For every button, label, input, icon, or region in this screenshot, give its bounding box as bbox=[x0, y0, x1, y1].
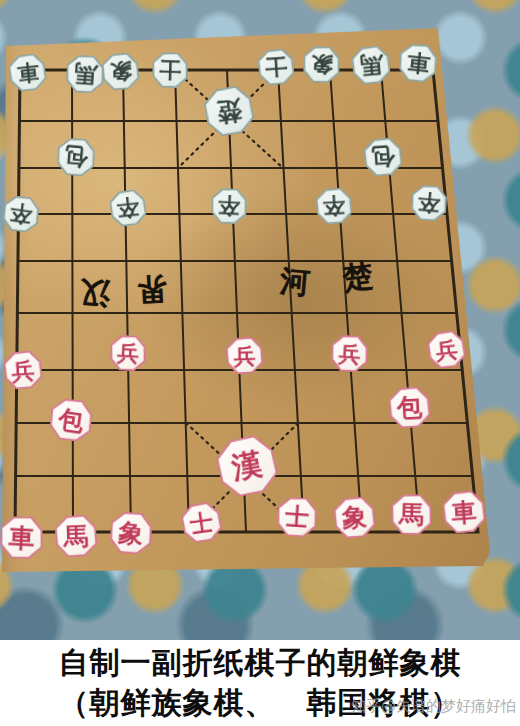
piece-character: 卒 bbox=[116, 196, 140, 220]
piece-character: 兵 bbox=[11, 358, 36, 383]
piece-red-i10[interactable]: 車 bbox=[442, 490, 487, 535]
piece-paper: 包 bbox=[58, 139, 95, 176]
piece-character: 卒 bbox=[322, 194, 345, 217]
piece-paper: 兵 bbox=[331, 335, 366, 370]
piece-red-g7[interactable]: 兵 bbox=[329, 333, 368, 372]
piece-green-g4[interactable]: 卒 bbox=[315, 187, 353, 225]
piece-character: 包 bbox=[64, 145, 89, 170]
piece-character: 馬 bbox=[63, 523, 89, 549]
piece-paper: 士 bbox=[181, 502, 221, 542]
piece-green-b3[interactable]: 包 bbox=[55, 136, 96, 177]
piece-green-f1[interactable]: 士 bbox=[257, 48, 295, 86]
photo: 汉界河楚 車馬象士士象馬車楚包包卒卒卒卒卒兵兵兵兵兵包包漢車馬象士士象馬車 自制… bbox=[0, 0, 520, 726]
piece-paper: 士 bbox=[259, 50, 293, 84]
piece-red-b8[interactable]: 包 bbox=[47, 396, 94, 443]
piece-paper: 卒 bbox=[3, 196, 39, 232]
piece-paper: 馬 bbox=[56, 516, 95, 555]
piece-red-i7[interactable]: 兵 bbox=[426, 329, 467, 370]
piece-green-c4[interactable]: 卒 bbox=[108, 188, 148, 228]
piece-paper: 馬 bbox=[392, 495, 430, 533]
piece-character: 兵 bbox=[116, 341, 139, 364]
piece-paper: 包 bbox=[390, 388, 429, 427]
piece-character: 士 bbox=[284, 504, 310, 530]
piece-paper: 楚 bbox=[204, 86, 254, 136]
piece-red-e7[interactable]: 兵 bbox=[225, 336, 263, 374]
piece-character: 象 bbox=[108, 59, 131, 82]
piece-character: 漢 bbox=[230, 449, 265, 484]
piece-green-e2[interactable]: 楚 bbox=[202, 84, 256, 138]
piece-red-h10[interactable]: 馬 bbox=[390, 493, 432, 535]
piece-green-e4[interactable]: 卒 bbox=[210, 187, 248, 225]
piece-character: 士 bbox=[264, 55, 287, 78]
piece-character: 兵 bbox=[434, 337, 458, 361]
piece-paper: 兵 bbox=[227, 338, 261, 372]
piece-character: 象 bbox=[341, 504, 367, 530]
piece-green-i4[interactable]: 卒 bbox=[409, 183, 448, 222]
piece-paper: 車 bbox=[1, 517, 42, 558]
piece-character: 士 bbox=[159, 59, 182, 82]
piece-character: 卒 bbox=[9, 202, 34, 227]
piece-paper: 象 bbox=[304, 47, 339, 82]
piece-character: 卒 bbox=[217, 194, 240, 217]
piece-character: 車 bbox=[15, 60, 39, 84]
piece-red-a10[interactable]: 車 bbox=[0, 514, 44, 559]
piece-green-a4[interactable]: 卒 bbox=[1, 194, 42, 235]
piece-character: 兵 bbox=[233, 344, 256, 367]
piece-character: 包 bbox=[371, 145, 396, 170]
piece-green-i1[interactable]: 車 bbox=[397, 42, 439, 84]
piece-red-a7[interactable]: 兵 bbox=[3, 350, 44, 391]
piece-paper: 兵 bbox=[5, 352, 41, 388]
piece-red-g10[interactable]: 象 bbox=[332, 495, 375, 538]
piece-red-c7[interactable]: 兵 bbox=[109, 334, 147, 372]
piece-character: 士 bbox=[188, 509, 214, 535]
piece-red-d10[interactable]: 士 bbox=[179, 500, 223, 544]
piece-red-h8[interactable]: 包 bbox=[387, 385, 430, 428]
watermark: 知乎@失谱的梦好痛好怕 bbox=[351, 697, 516, 716]
piece-character: 車 bbox=[7, 523, 34, 550]
piece-paper: 車 bbox=[9, 54, 45, 90]
piece-green-g1[interactable]: 象 bbox=[302, 45, 341, 84]
piece-green-a1[interactable]: 車 bbox=[7, 52, 48, 93]
piece-green-h3[interactable]: 包 bbox=[363, 137, 404, 178]
piece-green-d1[interactable]: 士 bbox=[151, 51, 188, 88]
piece-paper: 馬 bbox=[353, 47, 390, 84]
piece-paper: 漢 bbox=[216, 435, 279, 498]
piece-character: 馬 bbox=[398, 501, 424, 527]
piece-paper: 卒 bbox=[110, 190, 145, 225]
piece-character: 象 bbox=[117, 519, 144, 546]
piece-character: 包 bbox=[57, 406, 85, 434]
piece-paper: 士 bbox=[278, 498, 316, 536]
piece-paper: 象 bbox=[110, 512, 152, 554]
piece-paper: 象 bbox=[103, 54, 138, 89]
piece-paper: 兵 bbox=[428, 331, 464, 367]
piece-paper: 包 bbox=[365, 139, 401, 175]
caption-line1: 自制一副折纸棋子的朝鲜象棋 bbox=[0, 643, 520, 683]
piece-red-e9[interactable]: 漢 bbox=[213, 432, 280, 499]
piece-paper: 象 bbox=[335, 498, 374, 537]
piece-green-c1[interactable]: 象 bbox=[101, 52, 140, 91]
piece-red-b10[interactable]: 馬 bbox=[54, 514, 97, 557]
piece-paper: 卒 bbox=[412, 186, 447, 221]
piece-character: 車 bbox=[405, 50, 430, 75]
pieces-layer: 車馬象士士象馬車楚包包卒卒卒卒卒兵兵兵兵兵包包漢車馬象士士象馬車 bbox=[0, 0, 520, 648]
piece-paper: 車 bbox=[399, 44, 436, 81]
piece-paper: 卒 bbox=[317, 189, 351, 223]
piece-character: 馬 bbox=[73, 62, 98, 87]
piece-paper: 車 bbox=[444, 492, 485, 533]
piece-character: 馬 bbox=[359, 53, 384, 78]
piece-paper: 卒 bbox=[212, 189, 246, 223]
piece-character: 象 bbox=[309, 52, 332, 75]
piece-character: 楚 bbox=[215, 97, 243, 125]
piece-paper: 馬 bbox=[67, 56, 103, 92]
piece-character: 包 bbox=[396, 394, 422, 420]
piece-red-c10[interactable]: 象 bbox=[108, 510, 154, 556]
piece-character: 卒 bbox=[417, 191, 441, 215]
piece-red-f10[interactable]: 士 bbox=[276, 496, 319, 539]
piece-character: 兵 bbox=[337, 341, 360, 364]
piece-character: 車 bbox=[451, 499, 478, 526]
piece-green-h1[interactable]: 馬 bbox=[350, 44, 391, 85]
piece-paper: 士 bbox=[153, 53, 186, 86]
piece-paper: 兵 bbox=[111, 336, 145, 370]
piece-paper: 包 bbox=[50, 399, 93, 442]
piece-green-b1[interactable]: 馬 bbox=[65, 54, 106, 95]
